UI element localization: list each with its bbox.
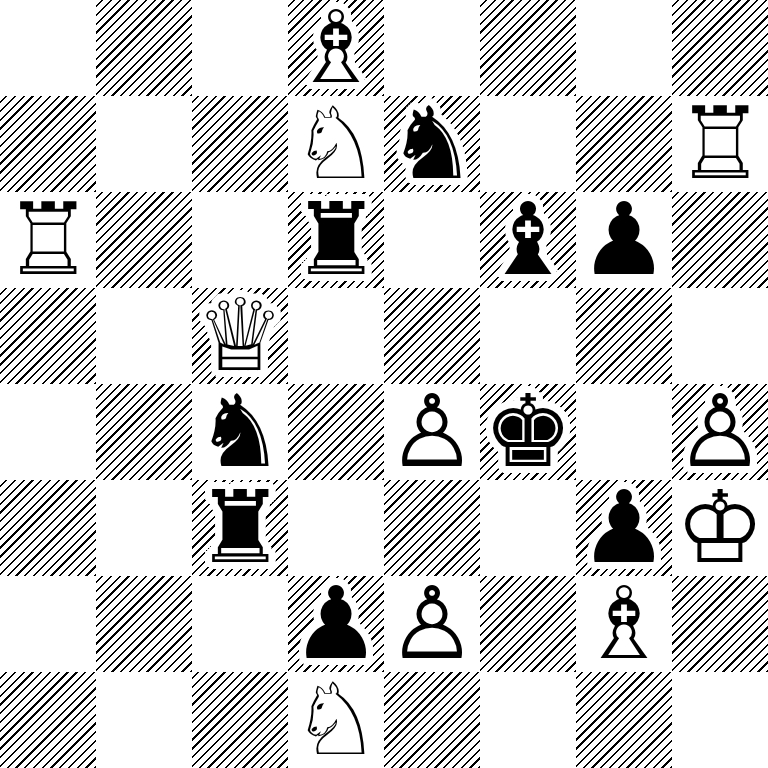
- square-e3[interactable]: [384, 480, 480, 576]
- square-h1[interactable]: [672, 672, 768, 768]
- square-b5[interactable]: [96, 288, 192, 384]
- square-d5[interactable]: [288, 288, 384, 384]
- square-g7[interactable]: [576, 96, 672, 192]
- square-c2[interactable]: [192, 576, 288, 672]
- piece-halo: ♝: [576, 576, 672, 672]
- piece-halo: ♜: [672, 96, 768, 192]
- piece-black-pawn: ♟: [576, 480, 672, 576]
- piece-white-knight: ♘: [288, 672, 384, 768]
- piece-black-pawn: ♟: [288, 576, 384, 672]
- piece-halo: ♜: [192, 480, 288, 576]
- piece-halo: ♝: [480, 192, 576, 288]
- piece-halo: ♟: [384, 576, 480, 672]
- piece-black-knight: ♞: [384, 96, 480, 192]
- square-e4[interactable]: ♟♙: [384, 384, 480, 480]
- piece-white-knight: ♘: [288, 96, 384, 192]
- square-f5[interactable]: [480, 288, 576, 384]
- square-b8[interactable]: [96, 0, 192, 96]
- piece-white-rook: ♖: [0, 192, 96, 288]
- piece-halo: ♟: [576, 192, 672, 288]
- square-g5[interactable]: [576, 288, 672, 384]
- square-d2[interactable]: ♟♟: [288, 576, 384, 672]
- square-h2[interactable]: [672, 576, 768, 672]
- square-c3[interactable]: ♜♜: [192, 480, 288, 576]
- piece-halo: ♞: [288, 96, 384, 192]
- square-b4[interactable]: [96, 384, 192, 480]
- square-h4[interactable]: ♟♙: [672, 384, 768, 480]
- square-c4[interactable]: ♞♞: [192, 384, 288, 480]
- piece-black-bishop: ♝: [480, 192, 576, 288]
- piece-halo: ♟: [288, 576, 384, 672]
- square-h5[interactable]: [672, 288, 768, 384]
- piece-halo: ♜: [288, 192, 384, 288]
- piece-black-pawn: ♟: [576, 192, 672, 288]
- square-f6[interactable]: ♝♝: [480, 192, 576, 288]
- square-e6[interactable]: [384, 192, 480, 288]
- piece-halo: ♚: [672, 480, 768, 576]
- square-b2[interactable]: [96, 576, 192, 672]
- piece-white-king: ♔: [672, 480, 768, 576]
- piece-white-bishop: ♗: [576, 576, 672, 672]
- square-b6[interactable]: [96, 192, 192, 288]
- square-f7[interactable]: [480, 96, 576, 192]
- square-a5[interactable]: [0, 288, 96, 384]
- square-e5[interactable]: [384, 288, 480, 384]
- piece-halo: ♜: [0, 192, 96, 288]
- piece-halo: ♟: [672, 384, 768, 480]
- square-e1[interactable]: [384, 672, 480, 768]
- square-h8[interactable]: [672, 0, 768, 96]
- square-e2[interactable]: ♟♙: [384, 576, 480, 672]
- square-f3[interactable]: [480, 480, 576, 576]
- piece-white-rook: ♖: [672, 96, 768, 192]
- square-g8[interactable]: [576, 0, 672, 96]
- square-a7[interactable]: [0, 96, 96, 192]
- square-c6[interactable]: [192, 192, 288, 288]
- square-c1[interactable]: [192, 672, 288, 768]
- square-d7[interactable]: ♞♘: [288, 96, 384, 192]
- chess-board: ♝♗♞♘♞♞♜♖♜♖♜♜♝♝♟♟♛♕♞♞♟♙♚♚♟♙♜♜♟♟♚♔♟♟♟♙♝♗♞♘: [0, 0, 768, 768]
- square-g3[interactable]: ♟♟: [576, 480, 672, 576]
- square-d1[interactable]: ♞♘: [288, 672, 384, 768]
- square-f4[interactable]: ♚♚: [480, 384, 576, 480]
- piece-halo: ♞: [384, 96, 480, 192]
- piece-halo: ♛: [192, 288, 288, 384]
- square-g1[interactable]: [576, 672, 672, 768]
- square-a1[interactable]: [0, 672, 96, 768]
- piece-black-king: ♚: [480, 384, 576, 480]
- piece-halo: ♝: [288, 0, 384, 96]
- square-d8[interactable]: ♝♗: [288, 0, 384, 96]
- square-d4[interactable]: [288, 384, 384, 480]
- square-d3[interactable]: [288, 480, 384, 576]
- piece-white-queen: ♕: [192, 288, 288, 384]
- square-h3[interactable]: ♚♔: [672, 480, 768, 576]
- square-c7[interactable]: [192, 96, 288, 192]
- piece-white-bishop: ♗: [288, 0, 384, 96]
- square-a4[interactable]: [0, 384, 96, 480]
- square-e8[interactable]: [384, 0, 480, 96]
- square-f2[interactable]: [480, 576, 576, 672]
- piece-black-rook: ♜: [192, 480, 288, 576]
- square-c5[interactable]: ♛♕: [192, 288, 288, 384]
- square-a3[interactable]: [0, 480, 96, 576]
- piece-white-pawn: ♙: [384, 576, 480, 672]
- piece-white-pawn: ♙: [384, 384, 480, 480]
- piece-halo: ♚: [480, 384, 576, 480]
- piece-halo: ♟: [576, 480, 672, 576]
- square-g4[interactable]: [576, 384, 672, 480]
- square-a8[interactable]: [0, 0, 96, 96]
- square-a6[interactable]: ♜♖: [0, 192, 96, 288]
- square-b1[interactable]: [96, 672, 192, 768]
- square-g2[interactable]: ♝♗: [576, 576, 672, 672]
- square-f8[interactable]: [480, 0, 576, 96]
- square-d6[interactable]: ♜♜: [288, 192, 384, 288]
- piece-black-knight: ♞: [192, 384, 288, 480]
- piece-halo: ♟: [384, 384, 480, 480]
- piece-halo: ♞: [192, 384, 288, 480]
- piece-white-pawn: ♙: [672, 384, 768, 480]
- square-g6[interactable]: ♟♟: [576, 192, 672, 288]
- square-c8[interactable]: [192, 0, 288, 96]
- piece-halo: ♞: [288, 672, 384, 768]
- square-b7[interactable]: [96, 96, 192, 192]
- square-h7[interactable]: ♜♖: [672, 96, 768, 192]
- square-h6[interactable]: [672, 192, 768, 288]
- square-a2[interactable]: [0, 576, 96, 672]
- square-e7[interactable]: ♞♞: [384, 96, 480, 192]
- square-b3[interactable]: [96, 480, 192, 576]
- piece-black-rook: ♜: [288, 192, 384, 288]
- square-f1[interactable]: [480, 672, 576, 768]
